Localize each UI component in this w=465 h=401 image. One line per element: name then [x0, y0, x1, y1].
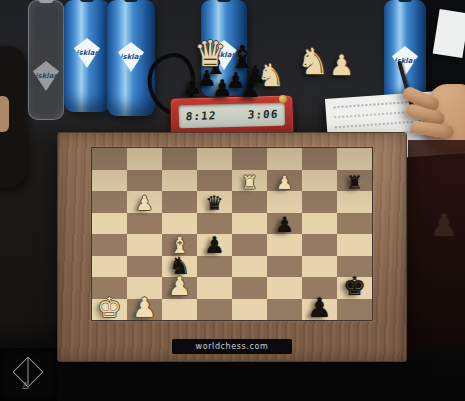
square-b2 [127, 170, 162, 192]
opponent-skin [0, 96, 9, 132]
square-c1 [92, 191, 127, 213]
board-grid: ♜♟♜♟♛♟♝♟♞♟♚♚♟♟ [91, 147, 373, 321]
square-e2 [127, 234, 162, 256]
square-g5 [232, 277, 267, 299]
square-a5 [232, 148, 267, 170]
square-d3 [162, 213, 197, 235]
square-b6: ♟ [267, 170, 302, 192]
bottle-label-text: isklar [120, 53, 142, 61]
piece-black-P-e4: ♟ [197, 234, 232, 257]
square-a2 [127, 148, 162, 170]
paper-scrap [433, 9, 465, 58]
square-f6 [267, 256, 302, 278]
piece-black-Q-c4: ♛ [197, 194, 232, 214]
square-d1 [92, 213, 127, 235]
captured-black-piece: ♟ [244, 62, 266, 87]
bottle-cap [398, 0, 412, 2]
board-plaque: worldchess.com [172, 339, 292, 354]
square-b5: ♜ [232, 170, 267, 192]
square-a6 [267, 148, 302, 170]
water-bottle: isklar [107, 0, 155, 116]
chess-board: ♜♟♜♟♛♟♝♟♞♟♚♚♟♟ worldchess.com [57, 132, 407, 362]
captured-black-piece: ♟ [182, 75, 203, 98]
table-edge-shadow [408, 140, 465, 350]
square-c3 [162, 191, 197, 213]
bottle-cap [80, 0, 94, 2]
water-bottle-empty: isklar [28, 0, 64, 120]
piece-white-K-h1: ♚ [92, 294, 127, 321]
square-e4: ♟ [197, 234, 232, 256]
square-c6 [267, 191, 302, 213]
square-b1 [92, 170, 127, 192]
square-h4 [197, 299, 232, 321]
water-bottle: isklar [201, 0, 247, 97]
bottle-cap [124, 0, 138, 2]
square-d2 [127, 213, 162, 235]
square-h5 [232, 299, 267, 321]
square-d5 [232, 213, 267, 235]
square-g3: ♟ [162, 277, 197, 299]
square-e8 [337, 234, 372, 256]
piece-black-P-h7: ♟ [302, 294, 337, 321]
bottle-cap [217, 0, 231, 2]
square-a1 [92, 148, 127, 170]
square-a3 [162, 148, 197, 170]
square-a8 [337, 148, 372, 170]
bottle-label: isklar [211, 40, 237, 70]
square-b3 [162, 170, 197, 192]
square-e6 [267, 234, 302, 256]
world-chess-logo-plate: ♙ [0, 348, 57, 401]
piece-white-P-c2: ♟ [127, 194, 162, 214]
square-c4: ♛ [197, 191, 232, 213]
bottle-label-text: isklar [213, 51, 235, 59]
square-g6 [267, 277, 302, 299]
square-f7 [302, 256, 337, 278]
piece-black-P-d6: ♟ [267, 214, 302, 235]
captured-white-piece: ♞ [297, 44, 329, 80]
square-e1 [92, 234, 127, 256]
bottle-label: isklar [74, 38, 100, 68]
bottle-label-text: isklar [35, 72, 57, 80]
clock-gold-button [279, 95, 287, 103]
clock-time-left: 8:12 [185, 109, 217, 123]
captured-white-piece: ♟ [329, 52, 354, 80]
logo-pawn-icon: ♙ [21, 380, 30, 391]
square-c7 [302, 191, 337, 213]
square-f5 [232, 256, 267, 278]
square-b7 [302, 170, 337, 192]
square-d8 [337, 213, 372, 235]
clock-display: 8:12 3:06 [179, 103, 286, 129]
piece-black-R-b8: ♜ [337, 174, 372, 192]
bottle-label-text: isklar [76, 49, 98, 57]
square-h6 [267, 299, 302, 321]
square-c8 [337, 191, 372, 213]
water-bottle: isklar [64, 0, 110, 112]
square-b8: ♜ [337, 170, 372, 192]
square-c2: ♟ [127, 191, 162, 213]
square-h8 [337, 299, 372, 321]
square-e7 [302, 234, 337, 256]
bottle-label: isklar [392, 46, 418, 76]
square-f2 [127, 256, 162, 278]
piece-black-K-g8: ♚ [337, 274, 372, 300]
square-f1 [92, 256, 127, 278]
clock-time-right: 3:06 [247, 108, 279, 122]
square-h2: ♟ [127, 299, 162, 321]
piece-white-P-h2: ♟ [127, 294, 162, 321]
square-d6: ♟ [267, 213, 302, 235]
square-h1: ♚ [92, 299, 127, 321]
bottle-label: isklar [118, 42, 144, 72]
square-a7 [302, 148, 337, 170]
square-b4 [197, 170, 232, 192]
square-a4 [197, 148, 232, 170]
square-f4 [197, 256, 232, 278]
piece-white-P-b6: ♟ [267, 174, 302, 192]
piece-white-R-b5: ♜ [232, 174, 267, 192]
square-g8: ♚ [337, 277, 372, 299]
piece-white-P-g3: ♟ [162, 274, 197, 300]
bottle-cap [39, 0, 53, 3]
square-h3 [162, 299, 197, 321]
square-e5 [232, 234, 267, 256]
square-d7 [302, 213, 337, 235]
square-d4 [197, 213, 232, 235]
square-c5 [232, 191, 267, 213]
captured-white-piece: ♞ [257, 60, 285, 91]
board-plaque-text: worldchess.com [196, 342, 269, 351]
square-g4 [197, 277, 232, 299]
bottle-label: isklar [33, 61, 59, 91]
square-h7: ♟ [302, 299, 337, 321]
